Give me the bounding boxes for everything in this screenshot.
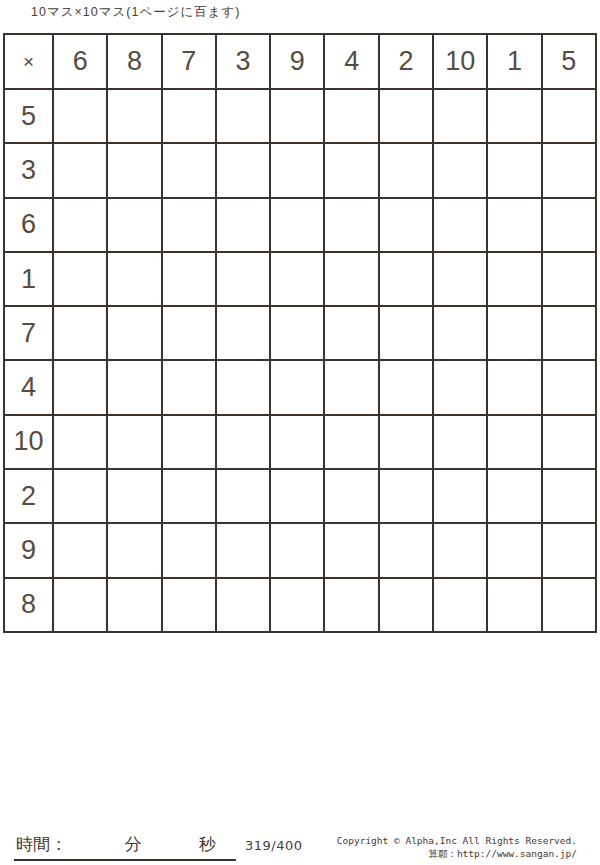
answer-cell[interactable]: [108, 144, 160, 196]
answer-cell[interactable]: [543, 90, 595, 142]
answer-cell[interactable]: [108, 524, 160, 576]
answer-cell[interactable]: [54, 253, 106, 305]
row-header-cell: 10: [5, 416, 52, 468]
answer-cell[interactable]: [271, 579, 323, 631]
answer-cell[interactable]: [325, 361, 377, 413]
time-entry-row: 時間： 分 秒 319/400: [14, 833, 303, 861]
answer-cell[interactable]: [380, 579, 432, 631]
answer-cell[interactable]: [434, 144, 486, 196]
copyright-block: Copyright © Alpha,Inc All Rights Reserve…: [337, 835, 577, 860]
minutes-label: 分: [125, 833, 142, 856]
answer-cell[interactable]: [488, 416, 540, 468]
answer-cell[interactable]: [543, 579, 595, 631]
answer-cell[interactable]: [108, 199, 160, 251]
answer-cell[interactable]: [434, 416, 486, 468]
copyright-line2: 算願：http://www.sangan.jp/: [337, 848, 577, 860]
answer-cell[interactable]: [488, 199, 540, 251]
answer-cell[interactable]: [434, 579, 486, 631]
answer-cell[interactable]: [217, 470, 269, 522]
answer-cell[interactable]: [380, 524, 432, 576]
answer-cell[interactable]: [325, 253, 377, 305]
time-label: 時間：: [16, 833, 67, 856]
answer-cell[interactable]: [271, 307, 323, 359]
seconds-label: 秒: [199, 833, 216, 856]
answer-cell[interactable]: [217, 524, 269, 576]
answer-cell[interactable]: [543, 144, 595, 196]
answer-cell[interactable]: [380, 253, 432, 305]
answer-cell[interactable]: [54, 199, 106, 251]
answer-cell[interactable]: [380, 90, 432, 142]
answer-cell[interactable]: [54, 307, 106, 359]
answer-cell[interactable]: [271, 470, 323, 522]
answer-cell[interactable]: [271, 144, 323, 196]
multiplication-grid: ×6873942101553617410298: [3, 33, 597, 633]
col-header-cell: 7: [163, 35, 215, 88]
answer-cell[interactable]: [54, 144, 106, 196]
answer-cell[interactable]: [217, 144, 269, 196]
operator-cell: ×: [5, 35, 52, 88]
row-header-cell: 9: [5, 524, 52, 576]
answer-cell[interactable]: [380, 307, 432, 359]
row-header-cell: 3: [5, 144, 52, 196]
answer-cell[interactable]: [325, 199, 377, 251]
answer-cell[interactable]: [380, 470, 432, 522]
page-counter: 319/400: [245, 838, 303, 853]
col-header-cell: 5: [543, 35, 595, 88]
answer-cell[interactable]: [488, 524, 540, 576]
answer-cell[interactable]: [217, 199, 269, 251]
answer-cell[interactable]: [543, 524, 595, 576]
answer-cell[interactable]: [543, 470, 595, 522]
col-header-cell: 3: [217, 35, 269, 88]
col-header-cell: 10: [434, 35, 486, 88]
answer-cell[interactable]: [543, 199, 595, 251]
minutes-blank[interactable]: [67, 849, 125, 850]
answer-cell[interactable]: [54, 361, 106, 413]
answer-cell[interactable]: [488, 307, 540, 359]
answer-cell[interactable]: [325, 416, 377, 468]
answer-cell[interactable]: [163, 579, 215, 631]
answer-cell[interactable]: [163, 253, 215, 305]
answer-cell[interactable]: [434, 470, 486, 522]
answer-cell[interactable]: [271, 199, 323, 251]
answer-cell[interactable]: [108, 361, 160, 413]
copyright-line1: Copyright © Alpha,Inc All Rights Reserve…: [337, 835, 577, 847]
row-header-cell: 7: [5, 307, 52, 359]
row-header-cell: 1: [5, 253, 52, 305]
row-header-cell: 6: [5, 199, 52, 251]
answer-cell[interactable]: [54, 524, 106, 576]
col-header-cell: 9: [271, 35, 323, 88]
answer-cell[interactable]: [271, 90, 323, 142]
row-header-cell: 4: [5, 361, 52, 413]
answer-cell[interactable]: [271, 253, 323, 305]
worksheet-title: 10マス×10マス(1ページに百ます): [31, 4, 241, 21]
answer-cell[interactable]: [163, 524, 215, 576]
answer-cell[interactable]: [325, 144, 377, 196]
answer-cell[interactable]: [163, 90, 215, 142]
answer-cell[interactable]: [434, 253, 486, 305]
answer-cell[interactable]: [217, 579, 269, 631]
answer-cell[interactable]: [325, 524, 377, 576]
answer-cell[interactable]: [434, 307, 486, 359]
answer-cell[interactable]: [163, 307, 215, 359]
answer-cell[interactable]: [325, 579, 377, 631]
answer-cell[interactable]: [163, 199, 215, 251]
answer-cell[interactable]: [217, 253, 269, 305]
answer-cell[interactable]: [543, 307, 595, 359]
col-header-cell: 8: [108, 35, 160, 88]
answer-cell[interactable]: [271, 416, 323, 468]
answer-cell[interactable]: [271, 361, 323, 413]
answer-cell[interactable]: [488, 579, 540, 631]
col-header-cell: 2: [380, 35, 432, 88]
answer-cell[interactable]: [163, 361, 215, 413]
answer-cell[interactable]: [434, 90, 486, 142]
answer-cell[interactable]: [380, 144, 432, 196]
answer-cell[interactable]: [325, 90, 377, 142]
answer-cell[interactable]: [108, 470, 160, 522]
answer-cell[interactable]: [543, 253, 595, 305]
answer-cell[interactable]: [488, 361, 540, 413]
answer-cell[interactable]: [434, 361, 486, 413]
answer-cell[interactable]: [217, 90, 269, 142]
answer-cell[interactable]: [217, 361, 269, 413]
answer-cell[interactable]: [488, 470, 540, 522]
col-header-cell: 1: [488, 35, 540, 88]
answer-cell[interactable]: [488, 90, 540, 142]
answer-cell[interactable]: [380, 361, 432, 413]
answer-cell[interactable]: [108, 307, 160, 359]
answer-cell[interactable]: [380, 416, 432, 468]
seconds-blank[interactable]: [142, 849, 200, 850]
row-header-cell: 2: [5, 470, 52, 522]
answer-cell[interactable]: [54, 90, 106, 142]
answer-cell[interactable]: [54, 470, 106, 522]
col-header-cell: 6: [54, 35, 106, 88]
answer-cell[interactable]: [54, 579, 106, 631]
answer-cell[interactable]: [488, 144, 540, 196]
answer-cell[interactable]: [543, 361, 595, 413]
answer-cell[interactable]: [163, 416, 215, 468]
answer-cell[interactable]: [108, 253, 160, 305]
answer-cell[interactable]: [380, 199, 432, 251]
answer-cell[interactable]: [54, 416, 106, 468]
answer-cell[interactable]: [217, 307, 269, 359]
answer-cell[interactable]: [108, 416, 160, 468]
answer-cell[interactable]: [488, 253, 540, 305]
answer-cell[interactable]: [271, 524, 323, 576]
answer-cell[interactable]: [543, 416, 595, 468]
answer-cell[interactable]: [325, 470, 377, 522]
answer-cell[interactable]: [163, 470, 215, 522]
col-header-cell: 4: [325, 35, 377, 88]
answer-cell[interactable]: [325, 307, 377, 359]
answer-cell[interactable]: [163, 144, 215, 196]
time-write-line: 時間： 分 秒: [14, 833, 236, 861]
answer-cell[interactable]: [108, 579, 160, 631]
answer-cell[interactable]: [108, 90, 160, 142]
answer-cell[interactable]: [434, 524, 486, 576]
row-header-cell: 8: [5, 579, 52, 631]
answer-cell[interactable]: [434, 199, 486, 251]
row-header-cell: 5: [5, 90, 52, 142]
answer-cell[interactable]: [217, 416, 269, 468]
